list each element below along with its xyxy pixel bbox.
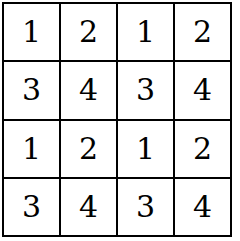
grid-cell: 1 xyxy=(4,4,59,60)
grid-cell: 4 xyxy=(61,179,116,235)
grid-cell: 1 xyxy=(118,4,173,60)
grid-cell: 2 xyxy=(61,4,116,60)
grid-cell: 2 xyxy=(61,121,116,177)
grid-cell: 3 xyxy=(4,62,59,118)
grid-cell: 4 xyxy=(175,62,230,118)
grid-cell: 2 xyxy=(175,4,230,60)
grid-cell: 3 xyxy=(118,62,173,118)
grid-cell: 4 xyxy=(61,62,116,118)
grid-cell: 4 xyxy=(175,179,230,235)
grid-cell: 3 xyxy=(118,179,173,235)
grid-cell: 3 xyxy=(4,179,59,235)
grid-cell: 1 xyxy=(4,121,59,177)
grid-cell: 1 xyxy=(118,121,173,177)
number-grid-board: 1212343412123434 xyxy=(2,2,232,237)
grid-cell: 2 xyxy=(175,121,230,177)
